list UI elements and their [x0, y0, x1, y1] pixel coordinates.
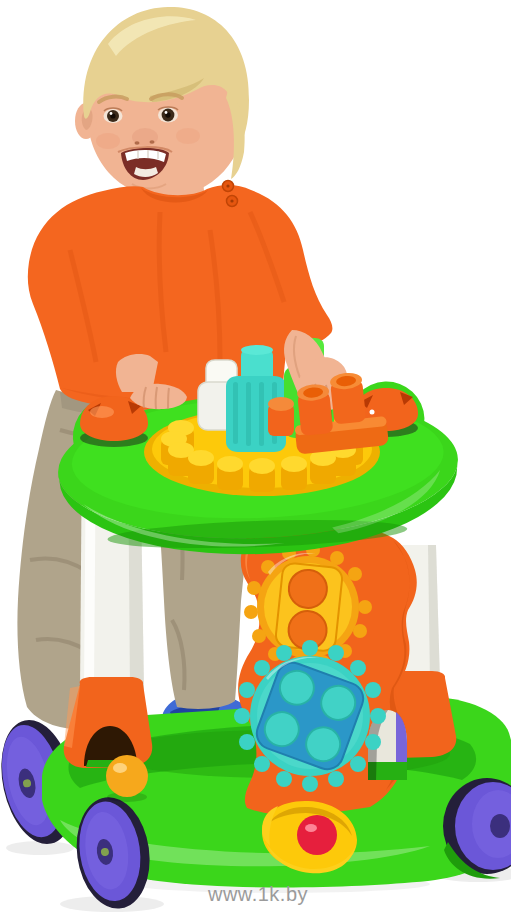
orange-cylinder [329, 371, 366, 424]
cheek [96, 133, 120, 149]
photo-scene: www.1k.by [0, 0, 511, 920]
photo-stage: www.1k.by [0, 0, 511, 920]
nostril [150, 140, 155, 144]
block-orange-small [268, 397, 294, 436]
red-ball [297, 815, 337, 855]
gear-bottom [234, 640, 386, 792]
button-hole [226, 184, 229, 187]
watermark: www.1k.by [207, 883, 308, 905]
button-hole [230, 199, 233, 202]
nostril [135, 141, 140, 145]
cheek [176, 128, 200, 144]
orange-ball [106, 755, 148, 802]
orange-cylinder [296, 383, 333, 436]
